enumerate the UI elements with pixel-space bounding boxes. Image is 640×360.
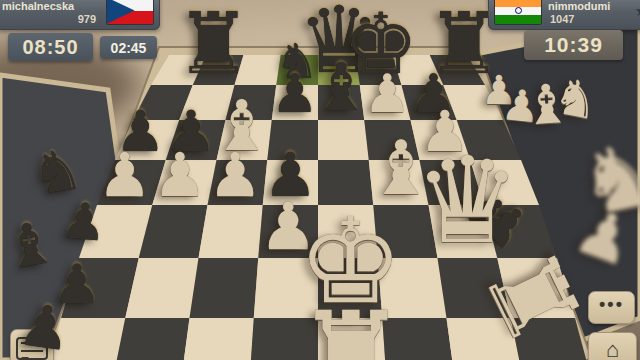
captured-wb[interactable]: ♝ <box>521 77 573 134</box>
clock-left-secondary: 02:45 <box>100 36 157 59</box>
clock-left-main: 08:50 <box>8 33 93 61</box>
square-c3[interactable] <box>190 258 259 318</box>
clock-right-main: 10:39 <box>524 30 623 60</box>
captured-bp[interactable]: ♟ <box>59 195 108 249</box>
czech-flag-icon <box>106 0 154 25</box>
player-name-right: nimmodumi <box>548 0 629 12</box>
player-banner-right[interactable]: nimmodumi 1047 ★ <box>488 0 640 30</box>
square-c4[interactable] <box>199 205 263 258</box>
piece-bb-e7[interactable]: ♝ <box>312 55 371 121</box>
piece-wp-f7[interactable]: ♟ <box>364 67 412 120</box>
captured-bb[interactable]: ♝ <box>0 212 61 278</box>
captured-bp[interactable]: ♟ <box>15 295 75 360</box>
piece-wp-c5[interactable]: ♟ <box>208 145 262 206</box>
piece-br-b8[interactable]: ♜ <box>176 1 252 86</box>
home-button[interactable]: ⌂ <box>588 332 637 360</box>
piece-wp-b5[interactable]: ♟ <box>153 145 207 206</box>
piece-wr-f1[interactable]: ♜ <box>294 295 409 360</box>
square-c2[interactable] <box>181 318 254 360</box>
player-rating-left: 979 <box>2 12 100 29</box>
piece-wq-g4[interactable]: ♛ <box>414 141 521 261</box>
square-e6[interactable] <box>318 120 369 160</box>
player-name-left: michalnecska <box>2 0 100 12</box>
star-icon: ★ <box>635 2 640 20</box>
player-banner-left[interactable]: michalnecska 979 <box>0 0 160 30</box>
player-rating-right: 1047 <box>548 12 629 29</box>
